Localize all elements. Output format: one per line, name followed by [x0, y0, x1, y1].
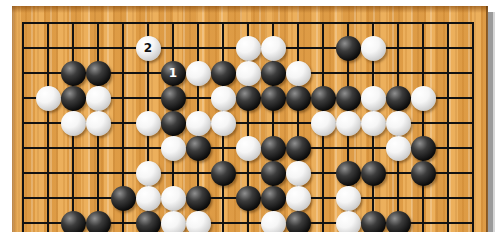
grid-vertical-line: [447, 22, 449, 232]
black-stone[interactable]: [111, 186, 136, 211]
white-stone[interactable]: [136, 161, 161, 186]
grid-vertical-line: [22, 22, 24, 232]
black-stone[interactable]: [61, 211, 86, 233]
black-stone[interactable]: [261, 86, 286, 111]
white-stone[interactable]: [286, 161, 311, 186]
white-stone[interactable]: [186, 61, 211, 86]
white-stone[interactable]: [361, 86, 386, 111]
white-stone[interactable]: [161, 211, 186, 233]
white-stone[interactable]: [361, 36, 386, 61]
white-stone[interactable]: [336, 111, 361, 136]
black-stone[interactable]: [186, 136, 211, 161]
black-stone[interactable]: [136, 211, 161, 233]
white-stone[interactable]: [136, 111, 161, 136]
black-stone[interactable]: [161, 86, 186, 111]
grid-horizontal-line: [22, 22, 474, 24]
grid-vertical-line: [47, 22, 49, 232]
black-stone[interactable]: [236, 86, 261, 111]
white-stone[interactable]: [36, 86, 61, 111]
white-stone[interactable]: [261, 211, 286, 233]
black-stone[interactable]: [186, 186, 211, 211]
black-stone[interactable]: [86, 61, 111, 86]
black-stone[interactable]: [161, 111, 186, 136]
white-stone[interactable]: [236, 61, 261, 86]
grid-horizontal-line: [22, 172, 474, 174]
black-stone[interactable]: 1: [161, 61, 186, 86]
white-stone[interactable]: [236, 136, 261, 161]
black-stone[interactable]: [336, 86, 361, 111]
grid-vertical-line: [422, 22, 424, 232]
black-stone[interactable]: [286, 211, 311, 233]
black-stone[interactable]: [286, 86, 311, 111]
white-stone[interactable]: [161, 186, 186, 211]
white-stone[interactable]: [286, 61, 311, 86]
white-stone[interactable]: [161, 136, 186, 161]
white-stone[interactable]: [211, 86, 236, 111]
white-stone[interactable]: [236, 36, 261, 61]
white-stone[interactable]: [286, 186, 311, 211]
white-stone[interactable]: [361, 111, 386, 136]
white-stone[interactable]: 2: [136, 36, 161, 61]
black-stone[interactable]: [386, 211, 411, 233]
white-stone[interactable]: [86, 86, 111, 111]
black-stone[interactable]: [336, 36, 361, 61]
board-edge-top: [12, 6, 488, 13]
black-stone[interactable]: [286, 136, 311, 161]
white-stone[interactable]: [61, 111, 86, 136]
white-stone[interactable]: [336, 186, 361, 211]
white-stone[interactable]: [186, 111, 211, 136]
black-stone[interactable]: [311, 86, 336, 111]
board-drop-shadow: [488, 12, 496, 232]
move-number-label: 1: [169, 67, 177, 79]
grid-vertical-line: [472, 22, 474, 232]
black-stone[interactable]: [261, 61, 286, 86]
black-stone[interactable]: [261, 161, 286, 186]
white-stone[interactable]: [136, 186, 161, 211]
black-stone[interactable]: [411, 136, 436, 161]
white-stone[interactable]: [261, 36, 286, 61]
black-stone[interactable]: [386, 86, 411, 111]
black-stone[interactable]: [236, 186, 261, 211]
white-stone[interactable]: [211, 111, 236, 136]
white-stone[interactable]: [186, 211, 211, 233]
black-stone[interactable]: [61, 61, 86, 86]
white-stone[interactable]: [386, 136, 411, 161]
white-stone[interactable]: [311, 111, 336, 136]
white-stone[interactable]: [86, 111, 111, 136]
black-stone[interactable]: [336, 161, 361, 186]
go-board-diagram: 21: [0, 0, 500, 232]
black-stone[interactable]: [261, 136, 286, 161]
black-stone[interactable]: [361, 211, 386, 233]
board-edge-left: [12, 6, 18, 232]
black-stone[interactable]: [61, 86, 86, 111]
black-stone[interactable]: [211, 61, 236, 86]
white-stone[interactable]: [411, 86, 436, 111]
black-stone[interactable]: [361, 161, 386, 186]
white-stone[interactable]: [336, 211, 361, 233]
move-number-label: 2: [144, 42, 152, 54]
black-stone[interactable]: [211, 161, 236, 186]
black-stone[interactable]: [86, 211, 111, 233]
white-stone[interactable]: [386, 111, 411, 136]
black-stone[interactable]: [261, 186, 286, 211]
black-stone[interactable]: [411, 161, 436, 186]
